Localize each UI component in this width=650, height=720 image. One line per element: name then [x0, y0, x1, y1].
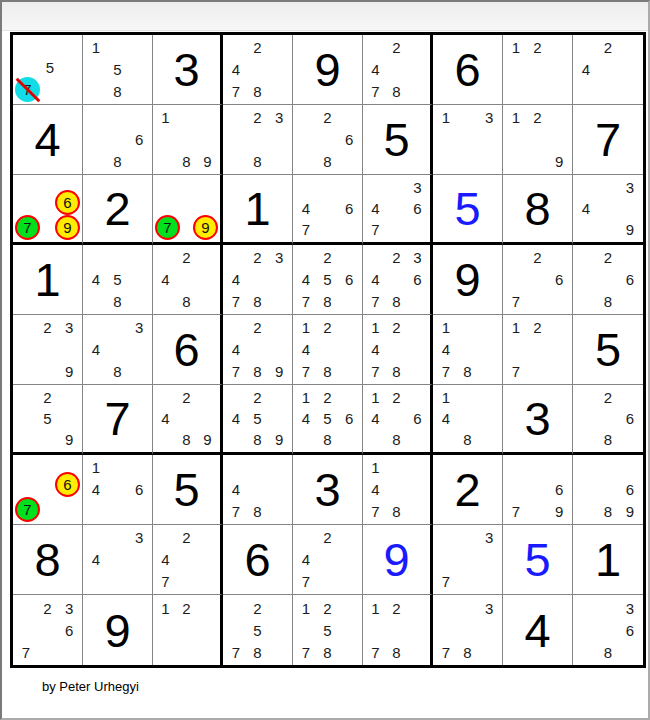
- candidate-7[interactable]: 7: [155, 570, 176, 592]
- candidate-8[interactable]: 8: [386, 360, 407, 382]
- candidate-8[interactable]: 8: [457, 360, 479, 382]
- cell-r5c3[interactable]: 6: [153, 315, 223, 385]
- cell-r7c7[interactable]: 2: [433, 455, 503, 525]
- candidate-2[interactable]: 2: [247, 317, 269, 339]
- candidate-7[interactable]: 7: [435, 641, 457, 663]
- cell-r7c9[interactable]: 689: [573, 455, 643, 525]
- candidate-4[interactable]: 4: [365, 339, 386, 361]
- candidate-5[interactable]: 5: [107, 269, 129, 291]
- candidate-8[interactable]: 8: [247, 150, 269, 172]
- empty-candidate-slot: [457, 387, 479, 408]
- candidate-4[interactable]: 4: [225, 479, 247, 501]
- candidate-2[interactable]: 2: [597, 247, 619, 269]
- candidate-2[interactable]: 2: [527, 317, 549, 339]
- cell-r4c1[interactable]: 1: [13, 245, 83, 315]
- candidate-1[interactable]: 1: [505, 107, 527, 129]
- candidate-5[interactable]: 5: [317, 269, 339, 291]
- candidate-8[interactable]: 8: [597, 429, 619, 450]
- candidate-2[interactable]: 2: [37, 387, 59, 408]
- candidate-7[interactable]: 7: [15, 641, 37, 663]
- candidate-7[interactable]: 7: [295, 570, 317, 592]
- candidate-8[interactable]: 8: [597, 641, 619, 663]
- cell-r5c2[interactable]: 348: [83, 315, 153, 385]
- cell-r2c3[interactable]: 189: [153, 105, 223, 175]
- candidate-1[interactable]: 1: [155, 597, 176, 619]
- cell-r5c4[interactable]: 24789: [223, 315, 293, 385]
- cell-r2c7[interactable]: 13: [433, 105, 503, 175]
- cell-r1c7[interactable]: 6: [433, 35, 503, 105]
- empty-candidate-slot: [37, 360, 59, 382]
- candidate-8[interactable]: 8: [457, 641, 479, 663]
- cell-r4c5[interactable]: 245678: [293, 245, 363, 315]
- candidate-4[interactable]: 4: [365, 198, 386, 219]
- candidate-7[interactable]: 7: [295, 360, 317, 382]
- candidate-4[interactable]: 4: [295, 408, 317, 429]
- cell-r8c7[interactable]: 37: [433, 525, 503, 595]
- candidate-3[interactable]: 3: [407, 247, 428, 269]
- cell-r9c5[interactable]: 12578: [293, 595, 363, 665]
- candidate-9[interactable]: 9: [548, 500, 570, 522]
- candidate-4[interactable]: 4: [575, 59, 597, 81]
- cell-r8c9[interactable]: 1: [573, 525, 643, 595]
- candidate-9[interactable]: 9: [197, 429, 218, 450]
- candidate-8[interactable]: 8: [107, 360, 129, 382]
- candidate-6-yellow-highlight[interactable]: 6: [55, 190, 80, 215]
- empty-candidate-slot: [15, 387, 37, 408]
- candidate-6[interactable]: 6: [407, 269, 428, 291]
- candidate-8[interactable]: 8: [247, 360, 269, 382]
- cell-r5c9[interactable]: 5: [573, 315, 643, 385]
- empty-candidate-slot: [548, 59, 570, 81]
- pencil-marks: 124568: [293, 385, 362, 452]
- candidate-3[interactable]: 3: [478, 527, 500, 549]
- candidate-6[interactable]: 6: [619, 619, 641, 641]
- candidate-3[interactable]: 3: [478, 107, 500, 129]
- cell-r4c9[interactable]: 268: [573, 245, 643, 315]
- empty-candidate-slot: [247, 457, 269, 479]
- cell-r6c9[interactable]: 268: [573, 385, 643, 455]
- cell-r4c6[interactable]: 234678: [363, 245, 433, 315]
- candidate-3[interactable]: 3: [268, 247, 290, 269]
- candidate-7[interactable]: 7: [505, 360, 527, 382]
- candidate-2[interactable]: 2: [176, 247, 197, 269]
- candidate-8[interactable]: 8: [317, 360, 339, 382]
- cell-r2c5[interactable]: 268: [293, 105, 363, 175]
- candidate-3[interactable]: 3: [128, 317, 150, 339]
- candidate-2[interactable]: 2: [176, 597, 197, 619]
- candidate-4[interactable]: 4: [85, 269, 107, 291]
- cell-r4c7[interactable]: 9: [433, 245, 503, 315]
- empty-candidate-slot: [386, 619, 407, 641]
- candidate-6[interactable]: 6: [407, 408, 428, 429]
- candidate-8[interactable]: 8: [247, 80, 269, 102]
- candidate-7[interactable]: 7: [295, 641, 317, 663]
- candidate-8[interactable]: 8: [247, 290, 269, 312]
- empty-candidate-slot: [457, 549, 479, 571]
- candidate-7-green-highlight[interactable]: 7: [155, 215, 180, 240]
- cell-r4c8[interactable]: 267: [503, 245, 573, 315]
- cell-r7c1[interactable]: 67: [13, 455, 83, 525]
- candidate-6[interactable]: 6: [338, 269, 360, 291]
- candidate-1[interactable]: 1: [155, 107, 176, 129]
- candidate-7-green-highlight[interactable]: 7: [15, 497, 40, 522]
- candidate-4[interactable]: 4: [85, 339, 107, 361]
- cell-r8c1[interactable]: 8: [13, 525, 83, 595]
- cell-r6c6[interactable]: 12468: [363, 385, 433, 455]
- candidate-1[interactable]: 1: [85, 457, 107, 479]
- empty-candidate-slot: [176, 408, 197, 429]
- candidate-4[interactable]: 4: [365, 408, 386, 429]
- candidate-3[interactable]: 3: [58, 317, 80, 339]
- candidate-4[interactable]: 4: [225, 408, 247, 429]
- cell-r6c5[interactable]: 124568: [293, 385, 363, 455]
- candidate-1[interactable]: 1: [435, 387, 457, 408]
- candidate-9[interactable]: 9: [268, 429, 290, 450]
- candidate-8[interactable]: 8: [386, 290, 407, 312]
- candidate-6[interactable]: 6: [407, 198, 428, 219]
- candidate-9[interactable]: 9: [268, 360, 290, 382]
- cell-r8c2[interactable]: 34: [83, 525, 153, 595]
- candidate-2[interactable]: 2: [386, 37, 407, 59]
- candidate-7[interactable]: 7: [225, 360, 247, 382]
- candidate-6[interactable]: 6: [58, 619, 80, 641]
- candidate-7[interactable]: 7: [365, 500, 386, 522]
- cell-r3c5[interactable]: 467: [293, 175, 363, 245]
- candidate-2[interactable]: 2: [386, 387, 407, 408]
- cell-r9c7[interactable]: 378: [433, 595, 503, 665]
- cell-r4c4[interactable]: 23478: [223, 245, 293, 315]
- candidate-7[interactable]: 7: [365, 360, 386, 382]
- cell-r6c7[interactable]: 148: [433, 385, 503, 455]
- candidate-5[interactable]: 5: [317, 408, 339, 429]
- cell-r7c2[interactable]: 146: [83, 455, 153, 525]
- candidate-1[interactable]: 1: [505, 317, 527, 339]
- candidate-8[interactable]: 8: [176, 290, 197, 312]
- cell-r5c6[interactable]: 12478: [363, 315, 433, 385]
- candidate-4[interactable]: 4: [295, 339, 317, 361]
- candidate-2[interactable]: 2: [247, 107, 269, 129]
- candidate-7[interactable]: 7: [225, 80, 247, 102]
- candidate-8[interactable]: 8: [247, 641, 269, 663]
- cell-r9c8[interactable]: 4: [503, 595, 573, 665]
- candidate-3[interactable]: 3: [619, 597, 641, 619]
- cell-r9c6[interactable]: 1278: [363, 595, 433, 665]
- candidate-2[interactable]: 2: [317, 107, 339, 129]
- candidate-2[interactable]: 2: [247, 37, 269, 59]
- candidate-9[interactable]: 9: [548, 150, 570, 172]
- candidate-5[interactable]: 5: [317, 619, 339, 641]
- cell-r6c2[interactable]: 7: [83, 385, 153, 455]
- empty-candidate-slot: [457, 129, 479, 151]
- cell-r2c9[interactable]: 7: [573, 105, 643, 175]
- cell-r3c4[interactable]: 1: [223, 175, 293, 245]
- cell-r3c7[interactable]: 5: [433, 175, 503, 245]
- candidate-6-yellow-highlight[interactable]: 6: [55, 472, 80, 497]
- cell-r8c8[interactable]: 5: [503, 525, 573, 595]
- candidate-7[interactable]: 7: [365, 641, 386, 663]
- candidate-4[interactable]: 4: [435, 408, 457, 429]
- cell-r9c2[interactable]: 9: [83, 595, 153, 665]
- candidate-2[interactable]: 2: [247, 247, 269, 269]
- candidate-4[interactable]: 4: [155, 408, 176, 429]
- empty-candidate-slot: [365, 177, 386, 198]
- cell-r5c7[interactable]: 1478: [433, 315, 503, 385]
- candidate-2[interactable]: 2: [597, 387, 619, 408]
- candidate-6[interactable]: 6: [619, 408, 641, 429]
- candidate-4[interactable]: 4: [295, 549, 317, 571]
- candidate-6[interactable]: 6: [338, 408, 360, 429]
- candidate-3[interactable]: 3: [268, 107, 290, 129]
- candidate-7-green-highlight[interactable]: 7: [15, 215, 40, 240]
- candidate-8[interactable]: 8: [247, 500, 269, 522]
- pencil-marks: 57: [13, 35, 82, 104]
- candidate-1[interactable]: 1: [85, 37, 107, 59]
- cell-r1c8[interactable]: 12: [503, 35, 573, 105]
- candidate-5[interactable]: 5: [247, 408, 269, 429]
- cell-r2c6[interactable]: 5: [363, 105, 433, 175]
- candidate-4[interactable]: 4: [575, 198, 597, 219]
- candidate-9-yellow-highlight[interactable]: 9: [55, 215, 80, 240]
- cell-r1c2[interactable]: 158: [83, 35, 153, 105]
- empty-candidate-slot: [338, 360, 360, 382]
- candidate-1[interactable]: 1: [365, 457, 386, 479]
- candidate-6[interactable]: 6: [619, 479, 641, 501]
- candidate-8[interactable]: 8: [597, 500, 619, 522]
- empty-candidate-slot: [155, 290, 176, 312]
- cell-r2c4[interactable]: 238: [223, 105, 293, 175]
- candidate-5[interactable]: 5: [247, 619, 269, 641]
- cell-r1c4[interactable]: 2478: [223, 35, 293, 105]
- candidate-9[interactable]: 9: [197, 150, 218, 172]
- cell-r1c9[interactable]: 24: [573, 35, 643, 105]
- candidate-2[interactable]: 2: [37, 597, 59, 619]
- cell-r8c3[interactable]: 247: [153, 525, 223, 595]
- candidate-4[interactable]: 4: [85, 549, 107, 571]
- candidate-8[interactable]: 8: [176, 429, 197, 450]
- candidate-3[interactable]: 3: [128, 527, 150, 549]
- candidate-4[interactable]: 4: [225, 339, 247, 361]
- candidate-4[interactable]: 4: [155, 269, 176, 291]
- candidate-7-cyan-strikethrough-highlight[interactable]: 7: [15, 77, 40, 102]
- empty-candidate-slot: [197, 387, 218, 408]
- cell-r2c1[interactable]: 4: [13, 105, 83, 175]
- candidate-8[interactable]: 8: [457, 429, 479, 450]
- candidate-2[interactable]: 2: [527, 247, 549, 269]
- pencil-marks: 467: [293, 175, 362, 242]
- cell-r1c5[interactable]: 9: [293, 35, 363, 105]
- cell-r4c3[interactable]: 248: [153, 245, 223, 315]
- candidate-8[interactable]: 8: [317, 150, 339, 172]
- cell-r8c5[interactable]: 247: [293, 525, 363, 595]
- cell-r6c8[interactable]: 3: [503, 385, 573, 455]
- empty-candidate-slot: [575, 479, 597, 501]
- empty-candidate-slot: [317, 339, 339, 361]
- candidate-8[interactable]: 8: [386, 429, 407, 450]
- candidate-1[interactable]: 1: [365, 317, 386, 339]
- candidate-5[interactable]: 5: [37, 408, 59, 429]
- cell-r5c5[interactable]: 12478: [293, 315, 363, 385]
- candidate-1[interactable]: 1: [365, 597, 386, 619]
- candidate-2[interactable]: 2: [176, 387, 197, 408]
- cell-r2c8[interactable]: 129: [503, 105, 573, 175]
- cell-r6c1[interactable]: 259: [13, 385, 83, 455]
- candidate-2[interactable]: 2: [386, 247, 407, 269]
- candidate-1[interactable]: 1: [295, 387, 317, 408]
- cell-r6c3[interactable]: 2489: [153, 385, 223, 455]
- candidate-1[interactable]: 1: [435, 317, 457, 339]
- cell-r8c4[interactable]: 6: [223, 525, 293, 595]
- candidate-7[interactable]: 7: [225, 500, 247, 522]
- candidate-7[interactable]: 7: [295, 219, 317, 240]
- candidate-7[interactable]: 7: [505, 500, 527, 522]
- candidate-8[interactable]: 8: [107, 150, 129, 172]
- candidate-8[interactable]: 8: [317, 641, 339, 663]
- candidate-4[interactable]: 4: [365, 479, 386, 501]
- candidate-4[interactable]: 4: [85, 479, 107, 501]
- candidate-8[interactable]: 8: [386, 500, 407, 522]
- cell-r9c4[interactable]: 2578: [223, 595, 293, 665]
- empty-candidate-slot: [365, 429, 386, 450]
- cell-r8c6[interactable]: 9: [363, 525, 433, 595]
- candidate-7[interactable]: 7: [295, 290, 317, 312]
- candidate-4[interactable]: 4: [295, 269, 317, 291]
- candidate-8[interactable]: 8: [317, 429, 339, 450]
- pencil-marks: 127: [503, 315, 572, 384]
- candidate-2[interactable]: 2: [317, 597, 339, 619]
- candidate-1[interactable]: 1: [295, 597, 317, 619]
- cell-r5c8[interactable]: 127: [503, 315, 573, 385]
- candidate-2[interactable]: 2: [386, 597, 407, 619]
- candidate-7[interactable]: 7: [435, 360, 457, 382]
- candidate-4[interactable]: 4: [225, 59, 247, 81]
- candidate-8[interactable]: 8: [317, 290, 339, 312]
- candidate-8[interactable]: 8: [107, 80, 129, 102]
- candidate-8[interactable]: 8: [247, 429, 269, 450]
- candidate-8[interactable]: 8: [176, 150, 197, 172]
- cell-r7c4[interactable]: 478: [223, 455, 293, 525]
- candidate-6[interactable]: 6: [619, 269, 641, 291]
- cell-r5c1[interactable]: 239: [13, 315, 83, 385]
- candidate-5[interactable]: 5: [107, 59, 129, 81]
- candidate-3[interactable]: 3: [619, 177, 641, 198]
- candidate-6[interactable]: 6: [128, 479, 150, 501]
- candidate-2[interactable]: 2: [386, 317, 407, 339]
- candidate-2[interactable]: 2: [317, 317, 339, 339]
- empty-candidate-slot: [107, 479, 129, 501]
- candidate-6[interactable]: 6: [128, 129, 150, 151]
- candidate-2[interactable]: 2: [317, 527, 339, 549]
- candidate-4[interactable]: 4: [435, 339, 457, 361]
- cell-r6c4[interactable]: 24589: [223, 385, 293, 455]
- candidate-3[interactable]: 3: [407, 177, 428, 198]
- candidate-3[interactable]: 3: [58, 597, 80, 619]
- candidate-4[interactable]: 4: [365, 59, 386, 81]
- candidate-7[interactable]: 7: [365, 219, 386, 240]
- candidate-7[interactable]: 7: [435, 570, 457, 592]
- empty-candidate-slot: [85, 570, 107, 592]
- empty-candidate-slot: [619, 80, 641, 102]
- solved-digit: 3: [153, 35, 220, 104]
- candidate-6[interactable]: 6: [548, 479, 570, 501]
- cell-r2c2[interactable]: 68: [83, 105, 153, 175]
- candidate-4[interactable]: 4: [225, 269, 247, 291]
- cell-r4c2[interactable]: 458: [83, 245, 153, 315]
- cell-r3c3[interactable]: 79: [153, 175, 223, 245]
- candidate-8[interactable]: 8: [107, 290, 129, 312]
- candidate-2[interactable]: 2: [317, 387, 339, 408]
- candidate-2[interactable]: 2: [527, 37, 549, 59]
- candidate-2[interactable]: 2: [597, 37, 619, 59]
- candidate-7[interactable]: 7: [225, 290, 247, 312]
- empty-candidate-slot: [225, 37, 247, 59]
- empty-candidate-slot: [107, 339, 129, 361]
- candidate-7[interactable]: 7: [505, 290, 527, 312]
- candidate-4[interactable]: 4: [365, 269, 386, 291]
- candidate-9[interactable]: 9: [619, 219, 641, 240]
- empty-candidate-slot: [505, 457, 527, 479]
- candidate-9[interactable]: 9: [58, 429, 80, 450]
- candidate-7[interactable]: 7: [225, 641, 247, 663]
- candidate-2[interactable]: 2: [317, 247, 339, 269]
- cell-r3c6[interactable]: 3467: [363, 175, 433, 245]
- cell-r9c9[interactable]: 368: [573, 595, 643, 665]
- cell-r3c8[interactable]: 8: [503, 175, 573, 245]
- cell-r3c1[interactable]: 679: [13, 175, 83, 245]
- candidate-1[interactable]: 1: [505, 37, 527, 59]
- candidate-9-yellow-highlight[interactable]: 9: [193, 215, 218, 240]
- cell-r9c3[interactable]: 12: [153, 595, 223, 665]
- cell-r9c1[interactable]: 2367: [13, 595, 83, 665]
- candidate-6[interactable]: 6: [548, 269, 570, 291]
- candidate-2[interactable]: 2: [527, 107, 549, 129]
- empty-candidate-slot: [338, 387, 360, 408]
- candidate-6[interactable]: 6: [338, 129, 360, 151]
- cell-r7c8[interactable]: 679: [503, 455, 573, 525]
- candidate-5[interactable]: 5: [40, 57, 60, 77]
- cell-r3c9[interactable]: 349: [573, 175, 643, 245]
- candidate-1[interactable]: 1: [365, 387, 386, 408]
- empty-candidate-slot: [55, 457, 80, 472]
- cell-r1c3[interactable]: 3: [153, 35, 223, 105]
- candidate-4[interactable]: 4: [295, 198, 317, 219]
- candidate-9[interactable]: 9: [58, 360, 80, 382]
- cell-r1c6[interactable]: 2478: [363, 35, 433, 105]
- candidate-8[interactable]: 8: [386, 80, 407, 102]
- cell-r7c6[interactable]: 1478: [363, 455, 433, 525]
- pencil-marks: 158: [83, 35, 152, 104]
- candidate-1[interactable]: 1: [435, 107, 457, 129]
- candidate-8[interactable]: 8: [597, 290, 619, 312]
- cell-r7c5[interactable]: 3: [293, 455, 363, 525]
- candidate-1[interactable]: 1: [295, 317, 317, 339]
- candidate-4[interactable]: 4: [155, 549, 176, 571]
- empty-candidate-slot: [575, 387, 597, 408]
- candidate-8[interactable]: 8: [386, 641, 407, 663]
- candidate-2[interactable]: 2: [247, 597, 269, 619]
- candidate-9[interactable]: 9: [619, 500, 641, 522]
- candidate-6[interactable]: 6: [338, 198, 360, 219]
- cell-r3c2[interactable]: 2: [83, 175, 153, 245]
- candidate-7[interactable]: 7: [365, 290, 386, 312]
- cell-r1c1[interactable]: 57: [13, 35, 83, 105]
- candidate-2[interactable]: 2: [37, 317, 59, 339]
- cell-r7c3[interactable]: 5: [153, 455, 223, 525]
- candidate-3[interactable]: 3: [478, 597, 500, 619]
- empty-candidate-slot: [155, 619, 176, 641]
- candidate-2[interactable]: 2: [176, 527, 197, 549]
- candidate-2[interactable]: 2: [247, 387, 269, 408]
- candidate-7[interactable]: 7: [365, 80, 386, 102]
